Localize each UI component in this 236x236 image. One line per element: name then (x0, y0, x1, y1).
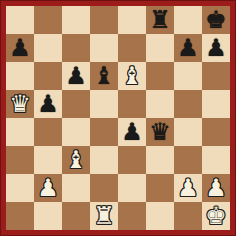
square-e1[interactable] (118, 202, 146, 230)
square-g3[interactable] (174, 146, 202, 174)
square-c5[interactable] (62, 90, 90, 118)
square-f1[interactable] (146, 202, 174, 230)
square-c2[interactable] (62, 174, 90, 202)
square-d7[interactable] (90, 34, 118, 62)
black-pawn-icon: ♟ (34, 90, 62, 118)
white-king-icon: ♚ (202, 202, 230, 230)
square-b5[interactable]: ♟ (34, 90, 62, 118)
square-h5[interactable] (202, 90, 230, 118)
square-f5[interactable] (146, 90, 174, 118)
square-g8[interactable] (174, 6, 202, 34)
square-a1[interactable] (6, 202, 34, 230)
white-pawn-icon: ♟ (34, 174, 62, 202)
chessboard: ♜♚♟♟♟♟♝♝♛♟♟♛♝♟♟♟♜♚ (6, 6, 230, 230)
square-e4[interactable]: ♟ (118, 118, 146, 146)
square-c4[interactable] (62, 118, 90, 146)
black-pawn-icon: ♟ (202, 34, 230, 62)
square-d2[interactable] (90, 174, 118, 202)
square-b8[interactable] (34, 6, 62, 34)
white-pawn-icon: ♟ (174, 174, 202, 202)
square-g4[interactable] (174, 118, 202, 146)
square-d1[interactable]: ♜ (90, 202, 118, 230)
white-bishop-icon: ♝ (118, 62, 146, 90)
square-h4[interactable] (202, 118, 230, 146)
square-a5[interactable]: ♛ (6, 90, 34, 118)
black-queen-icon: ♛ (146, 118, 174, 146)
black-pawn-icon: ♟ (118, 118, 146, 146)
square-e2[interactable] (118, 174, 146, 202)
white-queen-icon: ♛ (6, 90, 34, 118)
square-h2[interactable]: ♟ (202, 174, 230, 202)
square-d5[interactable] (90, 90, 118, 118)
square-b3[interactable] (34, 146, 62, 174)
white-pawn-icon: ♟ (202, 174, 230, 202)
square-h1[interactable]: ♚ (202, 202, 230, 230)
square-g5[interactable] (174, 90, 202, 118)
square-e5[interactable] (118, 90, 146, 118)
square-g2[interactable]: ♟ (174, 174, 202, 202)
black-pawn-icon: ♟ (174, 34, 202, 62)
square-h3[interactable] (202, 146, 230, 174)
square-g7[interactable]: ♟ (174, 34, 202, 62)
square-g6[interactable] (174, 62, 202, 90)
square-d8[interactable] (90, 6, 118, 34)
square-f2[interactable] (146, 174, 174, 202)
square-e6[interactable]: ♝ (118, 62, 146, 90)
black-bishop-icon: ♝ (90, 62, 118, 90)
chessboard-frame: ♜♚♟♟♟♟♝♝♛♟♟♛♝♟♟♟♜♚ (0, 0, 236, 236)
square-h6[interactable] (202, 62, 230, 90)
square-b4[interactable] (34, 118, 62, 146)
square-a3[interactable] (6, 146, 34, 174)
black-pawn-icon: ♟ (62, 62, 90, 90)
square-d6[interactable]: ♝ (90, 62, 118, 90)
white-rook-icon: ♜ (90, 202, 118, 230)
square-b1[interactable] (34, 202, 62, 230)
square-e3[interactable] (118, 146, 146, 174)
square-c6[interactable]: ♟ (62, 62, 90, 90)
square-a6[interactable] (6, 62, 34, 90)
square-h7[interactable]: ♟ (202, 34, 230, 62)
square-f8[interactable]: ♜ (146, 6, 174, 34)
square-c3[interactable]: ♝ (62, 146, 90, 174)
square-f3[interactable] (146, 146, 174, 174)
square-f4[interactable]: ♛ (146, 118, 174, 146)
black-rook-icon: ♜ (146, 6, 174, 34)
square-b2[interactable]: ♟ (34, 174, 62, 202)
black-pawn-icon: ♟ (6, 34, 34, 62)
square-c1[interactable] (62, 202, 90, 230)
square-c7[interactable] (62, 34, 90, 62)
square-f6[interactable] (146, 62, 174, 90)
square-e7[interactable] (118, 34, 146, 62)
square-e8[interactable] (118, 6, 146, 34)
square-g1[interactable] (174, 202, 202, 230)
square-c8[interactable] (62, 6, 90, 34)
square-a2[interactable] (6, 174, 34, 202)
square-d3[interactable] (90, 146, 118, 174)
square-a8[interactable] (6, 6, 34, 34)
square-d4[interactable] (90, 118, 118, 146)
square-b6[interactable] (34, 62, 62, 90)
square-h8[interactable]: ♚ (202, 6, 230, 34)
square-a4[interactable] (6, 118, 34, 146)
white-bishop-icon: ♝ (62, 146, 90, 174)
square-a7[interactable]: ♟ (6, 34, 34, 62)
black-king-icon: ♚ (202, 6, 230, 34)
square-f7[interactable] (146, 34, 174, 62)
square-b7[interactable] (34, 34, 62, 62)
